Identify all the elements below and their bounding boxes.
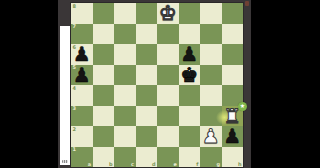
square-a3[interactable]: 3 — [71, 106, 93, 127]
square-f8[interactable] — [179, 3, 201, 24]
square-h2[interactable]: ♟ — [222, 126, 244, 147]
square-c8[interactable] — [114, 3, 136, 24]
square-d1[interactable]: d — [136, 147, 158, 168]
square-b6[interactable] — [93, 44, 115, 65]
square-h3[interactable]: ♜★ — [222, 106, 244, 127]
square-h6[interactable] — [222, 44, 244, 65]
square-f1[interactable]: f — [179, 147, 201, 168]
square-a6[interactable]: 6♟ — [71, 44, 93, 65]
file-label-g: g — [216, 162, 220, 167]
square-f7[interactable] — [179, 24, 201, 45]
square-b3[interactable] — [93, 106, 115, 127]
square-e2[interactable] — [157, 126, 179, 147]
white-king[interactable]: ♚ — [157, 3, 179, 24]
file-label-c: c — [131, 162, 134, 167]
square-h5[interactable] — [222, 65, 244, 86]
evaluation-score-text — [62, 160, 68, 163]
square-d3[interactable] — [136, 106, 158, 127]
square-h7[interactable] — [222, 24, 244, 45]
file-label-d: d — [152, 162, 156, 167]
square-d5[interactable] — [136, 65, 158, 86]
square-f6[interactable]: ♟ — [179, 44, 201, 65]
square-a8[interactable]: 8 — [71, 3, 93, 24]
square-a7[interactable]: 7 — [71, 24, 93, 45]
square-c7[interactable] — [114, 24, 136, 45]
square-b5[interactable] — [93, 65, 115, 86]
square-b1[interactable]: b — [93, 147, 115, 168]
square-b2[interactable] — [93, 126, 115, 147]
square-b4[interactable] — [93, 85, 115, 106]
square-b7[interactable] — [93, 24, 115, 45]
square-e5[interactable] — [157, 65, 179, 86]
square-d4[interactable] — [136, 85, 158, 106]
evaluation-bar-fill — [60, 26, 70, 165]
chess-board[interactable]: 8♚76♟♟5♟♚43♜★2♟♟1abcdefgh — [71, 3, 243, 167]
square-d8[interactable] — [136, 3, 158, 24]
square-g8[interactable] — [200, 3, 222, 24]
rank-label-8: 8 — [73, 4, 76, 9]
black-king[interactable]: ♚ — [179, 65, 201, 86]
square-g5[interactable] — [200, 65, 222, 86]
rank-label-2: 2 — [73, 127, 76, 132]
square-d7[interactable] — [136, 24, 158, 45]
square-f5[interactable]: ♚ — [179, 65, 201, 86]
square-c4[interactable] — [114, 85, 136, 106]
black-pawn[interactable]: ♟ — [179, 44, 201, 65]
square-c3[interactable] — [114, 106, 136, 127]
square-c1[interactable]: c — [114, 147, 136, 168]
square-e4[interactable] — [157, 85, 179, 106]
square-a2[interactable]: 2 — [71, 126, 93, 147]
square-d6[interactable] — [136, 44, 158, 65]
square-c2[interactable] — [114, 126, 136, 147]
square-d2[interactable] — [136, 126, 158, 147]
square-f4[interactable] — [179, 85, 201, 106]
rank-label-7: 7 — [73, 24, 76, 29]
white-pawn[interactable]: ♟ — [200, 126, 222, 147]
star-glyph: ★ — [240, 103, 245, 109]
square-b8[interactable] — [93, 3, 115, 24]
file-label-b: b — [109, 162, 113, 167]
file-label-h: h — [238, 162, 242, 167]
square-f2[interactable] — [179, 126, 201, 147]
square-g1[interactable]: g — [200, 147, 222, 168]
square-h1[interactable]: h — [222, 147, 244, 168]
square-g4[interactable] — [200, 85, 222, 106]
square-a1[interactable]: 1a — [71, 147, 93, 168]
square-g6[interactable] — [200, 44, 222, 65]
square-e6[interactable] — [157, 44, 179, 65]
file-label-a: a — [88, 162, 91, 167]
square-g7[interactable] — [200, 24, 222, 45]
black-pawn[interactable]: ♟ — [222, 126, 244, 147]
square-c5[interactable] — [114, 65, 136, 86]
rank-label-3: 3 — [73, 106, 76, 111]
corner-dot — [245, 1, 249, 6]
rank-label-1: 1 — [73, 147, 76, 152]
square-e7[interactable] — [157, 24, 179, 45]
square-h8[interactable] — [222, 3, 244, 24]
file-label-e: e — [174, 162, 177, 167]
square-a5[interactable]: 5♟ — [71, 65, 93, 86]
square-a4[interactable]: 4 — [71, 85, 93, 106]
square-f3[interactable] — [179, 106, 201, 127]
square-c6[interactable] — [114, 44, 136, 65]
square-e1[interactable]: e — [157, 147, 179, 168]
file-label-f: f — [196, 162, 198, 167]
best-move-star-icon: ★ — [238, 102, 247, 111]
black-pawn[interactable]: ♟ — [71, 44, 93, 65]
square-g2[interactable]: ♟ — [200, 126, 222, 147]
evaluation-bar-track — [60, 0, 70, 165]
square-e3[interactable] — [157, 106, 179, 127]
black-pawn[interactable]: ♟ — [71, 65, 93, 86]
square-e8[interactable]: ♚ — [157, 3, 179, 24]
